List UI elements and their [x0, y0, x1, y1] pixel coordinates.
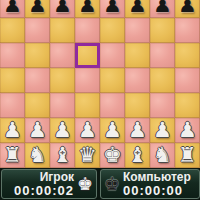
square-d5[interactable]	[75, 43, 100, 68]
square-d1[interactable]: ♛	[75, 143, 100, 168]
chess-app-screen: ♜♞♝♛♚♝♞♜♟♟♟♟♟♟♟♟♟♟♟♟♟♟♟♟♜♞♝♛♚♝♞♜ Игрок 0…	[0, 0, 200, 200]
square-e5[interactable]	[100, 43, 125, 68]
piece-black-pawn[interactable]: ♟	[103, 0, 122, 18]
status-bar: Игрок 00:00:02 ♚ ♚ Компьютер 00:00:00	[0, 168, 200, 200]
square-f4[interactable]	[125, 68, 150, 93]
square-h7[interactable]: ♟	[175, 0, 200, 18]
piece-black-pawn[interactable]: ♟	[128, 0, 147, 18]
square-h2[interactable]: ♟	[175, 118, 200, 143]
piece-white-king[interactable]: ♚	[103, 143, 122, 168]
square-g3[interactable]	[150, 93, 175, 118]
piece-black-pawn[interactable]: ♟	[78, 0, 97, 18]
piece-black-pawn[interactable]: ♟	[153, 0, 172, 18]
square-h6[interactable]	[175, 18, 200, 43]
player-info: Игрок 00:00:02	[14, 171, 74, 198]
square-f3[interactable]	[125, 93, 150, 118]
square-d6[interactable]	[75, 18, 100, 43]
square-a1[interactable]: ♜	[0, 143, 25, 168]
square-h3[interactable]	[175, 93, 200, 118]
square-b6[interactable]	[25, 18, 50, 43]
square-b2[interactable]: ♟	[25, 118, 50, 143]
square-f2[interactable]: ♟	[125, 118, 150, 143]
square-a4[interactable]	[0, 68, 25, 93]
square-a6[interactable]	[0, 18, 25, 43]
square-f7[interactable]: ♟	[125, 0, 150, 18]
square-h4[interactable]	[175, 68, 200, 93]
piece-white-rook[interactable]: ♜	[3, 143, 22, 168]
square-c6[interactable]	[50, 18, 75, 43]
square-e3[interactable]	[100, 93, 125, 118]
piece-white-pawn[interactable]: ♟	[153, 118, 172, 143]
square-b4[interactable]	[25, 68, 50, 93]
piece-white-pawn[interactable]: ♟	[178, 118, 197, 143]
piece-white-pawn[interactable]: ♟	[3, 118, 22, 143]
square-e1[interactable]: ♚	[100, 143, 125, 168]
square-b1[interactable]: ♞	[25, 143, 50, 168]
square-b3[interactable]	[25, 93, 50, 118]
chess-board[interactable]: ♜♞♝♛♚♝♞♜♟♟♟♟♟♟♟♟♟♟♟♟♟♟♟♟♜♞♝♛♚♝♞♜	[0, 0, 200, 168]
piece-white-pawn[interactable]: ♟	[78, 118, 97, 143]
piece-white-pawn[interactable]: ♟	[103, 118, 122, 143]
computer-clock: 00:00:00	[123, 184, 191, 198]
square-f5[interactable]	[125, 43, 150, 68]
computer-panel: ♚ Компьютер 00:00:00	[100, 169, 200, 199]
square-g4[interactable]	[150, 68, 175, 93]
square-c3[interactable]	[50, 93, 75, 118]
square-g5[interactable]	[150, 43, 175, 68]
square-g6[interactable]	[150, 18, 175, 43]
square-c4[interactable]	[50, 68, 75, 93]
square-a7[interactable]: ♟	[0, 0, 25, 18]
computer-name-label: Компьютер	[123, 171, 191, 184]
square-f1[interactable]: ♝	[125, 143, 150, 168]
computer-info: Компьютер 00:00:00	[123, 171, 191, 198]
piece-black-pawn[interactable]: ♟	[3, 0, 22, 18]
square-d3[interactable]	[75, 93, 100, 118]
player-clock: 00:00:02	[14, 184, 74, 198]
piece-white-pawn[interactable]: ♟	[128, 118, 147, 143]
square-c7[interactable]: ♟	[50, 0, 75, 18]
square-e4[interactable]	[100, 68, 125, 93]
piece-white-pawn[interactable]: ♟	[53, 118, 72, 143]
square-f6[interactable]	[125, 18, 150, 43]
square-c2[interactable]: ♟	[50, 118, 75, 143]
square-d2[interactable]: ♟	[75, 118, 100, 143]
square-g1[interactable]: ♞	[150, 143, 175, 168]
square-a3[interactable]	[0, 93, 25, 118]
square-b7[interactable]: ♟	[25, 0, 50, 18]
black-king-icon: ♚	[102, 171, 122, 197]
board-viewport: ♜♞♝♛♚♝♞♜♟♟♟♟♟♟♟♟♟♟♟♟♟♟♟♟♜♞♝♛♚♝♞♜	[0, 0, 200, 168]
square-e6[interactable]	[100, 18, 125, 43]
square-e2[interactable]: ♟	[100, 118, 125, 143]
piece-white-rook[interactable]: ♜	[178, 143, 197, 168]
piece-black-pawn[interactable]: ♟	[28, 0, 47, 18]
square-e7[interactable]: ♟	[100, 0, 125, 18]
white-king-icon: ♚	[75, 171, 95, 197]
piece-white-bishop[interactable]: ♝	[128, 143, 147, 168]
square-g7[interactable]: ♟	[150, 0, 175, 18]
square-c1[interactable]: ♝	[50, 143, 75, 168]
square-d7[interactable]: ♟	[75, 0, 100, 18]
piece-white-bishop[interactable]: ♝	[53, 143, 72, 168]
square-d4[interactable]	[75, 68, 100, 93]
piece-white-queen[interactable]: ♛	[78, 143, 97, 168]
square-a5[interactable]	[0, 43, 25, 68]
player-name-label: Игрок	[14, 171, 74, 184]
square-h5[interactable]	[175, 43, 200, 68]
piece-white-pawn[interactable]: ♟	[28, 118, 47, 143]
piece-black-pawn[interactable]: ♟	[178, 0, 197, 18]
square-b5[interactable]	[25, 43, 50, 68]
piece-white-knight[interactable]: ♞	[28, 143, 47, 168]
piece-white-knight[interactable]: ♞	[153, 143, 172, 168]
square-c5[interactable]	[50, 43, 75, 68]
piece-black-pawn[interactable]: ♟	[53, 0, 72, 18]
square-a2[interactable]: ♟	[0, 118, 25, 143]
player-panel: Игрок 00:00:02 ♚	[1, 169, 97, 199]
square-g2[interactable]: ♟	[150, 118, 175, 143]
square-h1[interactable]: ♜	[175, 143, 200, 168]
